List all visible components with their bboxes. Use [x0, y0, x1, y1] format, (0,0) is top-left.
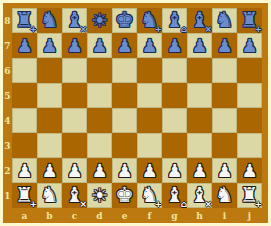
square-f4[interactable]: [137, 108, 162, 133]
square-h3[interactable]: [187, 133, 212, 158]
piece-black-knight-wagon[interactable]: ♞+: [137, 8, 162, 33]
square-g6[interactable]: [162, 58, 187, 83]
board-frame: 87654321 abcdefghij ♜+♞♝×☀♚♞+♝⌂♝×♞♜+♟♟♟♟…: [3, 3, 268, 223]
file-label-i: i: [212, 208, 237, 223]
square-b8[interactable]: ♞: [37, 8, 62, 33]
square-e4[interactable]: [112, 108, 137, 133]
square-j5[interactable]: [237, 83, 262, 108]
piece-badge: +: [154, 200, 162, 209]
file-label-e: e: [112, 208, 137, 223]
piece-white-pawn[interactable]: ♟: [162, 158, 187, 183]
piece-black-pawn[interactable]: ♟: [162, 33, 187, 58]
square-b4[interactable]: [37, 108, 62, 133]
square-a7[interactable]: ♟: [12, 33, 37, 58]
piece-white-pawn[interactable]: ♟: [62, 158, 87, 183]
square-g2[interactable]: ♟: [162, 158, 187, 183]
square-a3[interactable]: [12, 133, 37, 158]
piece-black-general[interactable]: ☀: [87, 8, 112, 33]
square-j7[interactable]: ♟: [237, 33, 262, 58]
square-c8[interactable]: ♝×: [62, 8, 87, 33]
square-a5[interactable]: [12, 83, 37, 108]
square-a1[interactable]: ♜+: [12, 183, 37, 208]
square-e8[interactable]: ♚: [112, 8, 137, 33]
piece-black-pawn[interactable]: ♟: [112, 33, 137, 58]
square-h2[interactable]: ♟: [187, 158, 212, 183]
square-i7[interactable]: ♟: [212, 33, 237, 58]
square-g5[interactable]: [162, 83, 187, 108]
piece-white-knight-wagon[interactable]: ♞+: [137, 183, 162, 208]
file-coordinates: abcdefghij: [12, 208, 262, 223]
piece-white-elephant[interactable]: ♝×: [187, 183, 212, 208]
piece-black-pawn[interactable]: ♟: [237, 33, 262, 58]
square-b6[interactable]: [37, 58, 62, 83]
rank-label-1: 1: [3, 183, 12, 208]
square-c1[interactable]: ♝×: [62, 183, 87, 208]
rank-label-7: 7: [3, 33, 12, 58]
square-d2[interactable]: ♟: [87, 158, 112, 183]
square-h1[interactable]: ♝×: [187, 183, 212, 208]
piece-black-war-elephant[interactable]: ♝⌂: [162, 8, 187, 33]
square-i6[interactable]: [212, 58, 237, 83]
square-i8[interactable]: ♞: [212, 8, 237, 33]
square-f3[interactable]: [137, 133, 162, 158]
square-c4[interactable]: [62, 108, 87, 133]
square-c7[interactable]: ♟: [62, 33, 87, 58]
square-i1[interactable]: ♞: [212, 183, 237, 208]
square-d7[interactable]: ♟: [87, 33, 112, 58]
square-j3[interactable]: [237, 133, 262, 158]
square-f1[interactable]: ♞+: [137, 183, 162, 208]
square-g3[interactable]: [162, 133, 187, 158]
piece-black-pawn[interactable]: ♟: [62, 33, 87, 58]
piece-white-knight[interactable]: ♞: [37, 183, 62, 208]
square-h8[interactable]: ♝×: [187, 8, 212, 33]
piece-black-elephant[interactable]: ♝×: [62, 8, 87, 33]
piece-black-pawn[interactable]: ♟: [212, 33, 237, 58]
rank-label-4: 4: [3, 108, 12, 133]
file-label-b: b: [37, 208, 62, 223]
square-d1[interactable]: ☀: [87, 183, 112, 208]
square-i3[interactable]: [212, 133, 237, 158]
file-label-f: f: [137, 208, 162, 223]
square-e7[interactable]: ♟: [112, 33, 137, 58]
square-b3[interactable]: [37, 133, 62, 158]
file-label-c: c: [62, 208, 87, 223]
square-a6[interactable]: [12, 58, 37, 83]
square-h5[interactable]: [187, 83, 212, 108]
square-g4[interactable]: [162, 108, 187, 133]
piece-black-pawn[interactable]: ♟: [12, 33, 37, 58]
square-a2[interactable]: ♟: [12, 158, 37, 183]
rank-label-8: 8: [3, 8, 12, 33]
square-b1[interactable]: ♞: [37, 183, 62, 208]
square-c6[interactable]: [62, 58, 87, 83]
square-b5[interactable]: [37, 83, 62, 108]
piece-badge: ×: [79, 200, 87, 209]
square-f6[interactable]: [137, 58, 162, 83]
square-a8[interactable]: ♜+: [12, 8, 37, 33]
piece-white-war-elephant[interactable]: ♝⌂: [162, 183, 187, 208]
piece-black-knight[interactable]: ♞: [37, 8, 62, 33]
piece-white-pawn[interactable]: ♟: [112, 158, 137, 183]
piece-badge: +: [254, 200, 262, 209]
square-d3[interactable]: [87, 133, 112, 158]
piece-black-knight[interactable]: ♞: [212, 8, 237, 33]
piece-white-pawn[interactable]: ♟: [237, 158, 262, 183]
piece-white-war-machine[interactable]: ♜+: [12, 183, 37, 208]
piece-white-pawn[interactable]: ♟: [37, 158, 62, 183]
square-h7[interactable]: ♟: [187, 33, 212, 58]
piece-white-pawn[interactable]: ♟: [87, 158, 112, 183]
square-i2[interactable]: ♟: [212, 158, 237, 183]
square-g7[interactable]: ♟: [162, 33, 187, 58]
square-h4[interactable]: [187, 108, 212, 133]
file-label-j: j: [237, 208, 262, 223]
square-b7[interactable]: ♟: [37, 33, 62, 58]
piece-white-pawn[interactable]: ♟: [12, 158, 37, 183]
piece-black-war-machine[interactable]: ♜+: [237, 8, 262, 33]
rank-label-6: 6: [3, 58, 12, 83]
square-e3[interactable]: [112, 133, 137, 158]
square-e6[interactable]: [112, 58, 137, 83]
square-e1[interactable]: ♚: [112, 183, 137, 208]
piece-white-pawn[interactable]: ♟: [187, 158, 212, 183]
square-d5[interactable]: [87, 83, 112, 108]
piece-white-elephant[interactable]: ♝×: [62, 183, 87, 208]
square-f7[interactable]: ♟: [137, 33, 162, 58]
piece-white-pawn[interactable]: ♟: [212, 158, 237, 183]
square-i5[interactable]: [212, 83, 237, 108]
piece-white-pawn[interactable]: ♟: [137, 158, 162, 183]
rank-label-5: 5: [3, 83, 12, 108]
piece-badge: +: [29, 200, 37, 209]
square-b2[interactable]: ♟: [37, 158, 62, 183]
square-d6[interactable]: [87, 58, 112, 83]
square-j1[interactable]: ♜+: [237, 183, 262, 208]
rank-coordinates: 87654321: [3, 8, 12, 208]
file-label-h: h: [187, 208, 212, 223]
piece-badge: ×: [204, 200, 212, 209]
piece-white-knight[interactable]: ♞: [212, 183, 237, 208]
piece-black-pawn[interactable]: ♟: [37, 33, 62, 58]
file-label-a: a: [12, 208, 37, 223]
square-i4[interactable]: [212, 108, 237, 133]
game-window: 87654321 abcdefghij ♜+♞♝×☀♚♞+♝⌂♝×♞♜+♟♟♟♟…: [0, 0, 271, 226]
rank-label-2: 2: [3, 158, 12, 183]
square-d8[interactable]: ☀: [87, 8, 112, 33]
square-c2[interactable]: ♟: [62, 158, 87, 183]
square-e2[interactable]: ♟: [112, 158, 137, 183]
square-j6[interactable]: [237, 58, 262, 83]
square-f8[interactable]: ♞+: [137, 8, 162, 33]
square-d4[interactable]: [87, 108, 112, 133]
square-a4[interactable]: [12, 108, 37, 133]
file-label-d: d: [87, 208, 112, 223]
square-f2[interactable]: ♟: [137, 158, 162, 183]
square-c5[interactable]: [62, 83, 87, 108]
piece-black-pawn[interactable]: ♟: [187, 33, 212, 58]
piece-black-king[interactable]: ♚: [112, 8, 137, 33]
piece-white-war-machine[interactable]: ♜+: [237, 183, 262, 208]
piece-black-pawn[interactable]: ♟: [87, 33, 112, 58]
rank-label-3: 3: [3, 133, 12, 158]
square-j8[interactable]: ♜+: [237, 8, 262, 33]
square-e5[interactable]: [112, 83, 137, 108]
square-c3[interactable]: [62, 133, 87, 158]
piece-black-war-machine[interactable]: ♜+: [12, 8, 37, 33]
square-j4[interactable]: [237, 108, 262, 133]
piece-black-pawn[interactable]: ♟: [137, 33, 162, 58]
square-g8[interactable]: ♝⌂: [162, 8, 187, 33]
file-label-g: g: [162, 208, 187, 223]
game-board[interactable]: ♜+♞♝×☀♚♞+♝⌂♝×♞♜+♟♟♟♟♟♟♟♟♟♟♟♟♟♟♟♟♟♟♟♟♜+♞♝…: [12, 8, 262, 208]
square-h6[interactable]: [187, 58, 212, 83]
piece-white-general[interactable]: ☀: [87, 183, 112, 208]
square-f5[interactable]: [137, 83, 162, 108]
square-j2[interactable]: ♟: [237, 158, 262, 183]
piece-black-elephant[interactable]: ♝×: [187, 8, 212, 33]
square-g1[interactable]: ♝⌂: [162, 183, 187, 208]
piece-white-king[interactable]: ♚: [112, 183, 137, 208]
